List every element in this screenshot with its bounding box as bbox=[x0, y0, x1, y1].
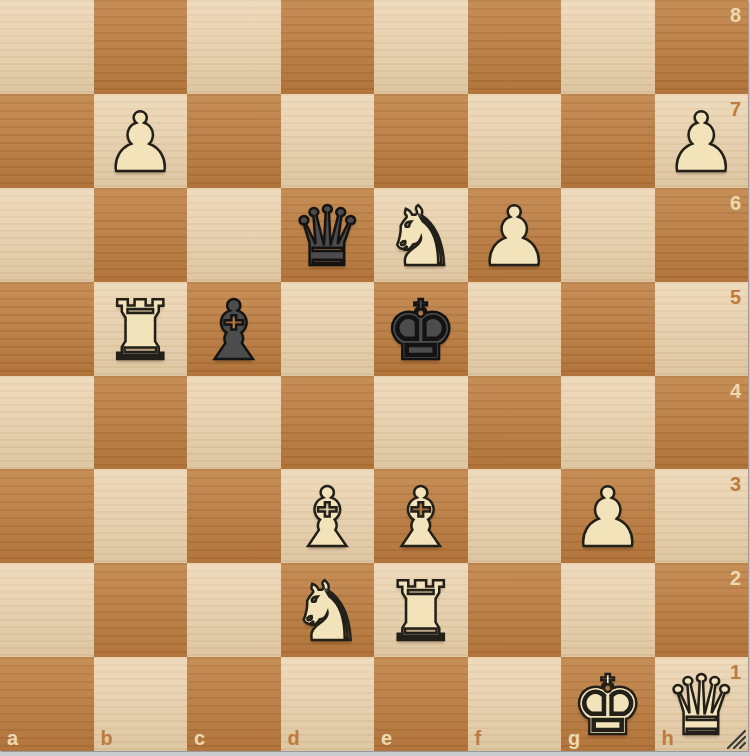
white-king[interactable]: ♚ bbox=[561, 657, 655, 751]
square-f7[interactable] bbox=[468, 94, 562, 188]
square-c6[interactable] bbox=[187, 188, 281, 282]
square-d5[interactable] bbox=[281, 282, 375, 376]
square-a6[interactable] bbox=[0, 188, 94, 282]
square-a7[interactable] bbox=[0, 94, 94, 188]
resize-handle-icon[interactable] bbox=[726, 729, 746, 749]
file-label-e: e bbox=[381, 728, 392, 748]
square-c1[interactable]: c bbox=[187, 657, 281, 751]
square-a4[interactable] bbox=[0, 376, 94, 470]
square-e5[interactable]: ♚ bbox=[374, 282, 468, 376]
white-pawn[interactable]: ♟ bbox=[655, 94, 749, 188]
square-f5[interactable] bbox=[468, 282, 562, 376]
square-e4[interactable] bbox=[374, 376, 468, 470]
white-pawn[interactable]: ♟ bbox=[468, 188, 562, 282]
square-g6[interactable] bbox=[561, 188, 655, 282]
square-e7[interactable] bbox=[374, 94, 468, 188]
square-d3[interactable]: ♝ bbox=[281, 469, 375, 563]
square-a5[interactable] bbox=[0, 282, 94, 376]
square-b3[interactable] bbox=[94, 469, 188, 563]
square-g7[interactable] bbox=[561, 94, 655, 188]
square-e1[interactable]: e bbox=[374, 657, 468, 751]
black-king[interactable]: ♚ bbox=[374, 282, 468, 376]
rank-label-4: 4 bbox=[730, 381, 741, 401]
rank-label-6: 6 bbox=[730, 193, 741, 213]
square-d8[interactable] bbox=[281, 0, 375, 94]
white-rook[interactable]: ♜ bbox=[94, 282, 188, 376]
file-label-c: c bbox=[194, 728, 205, 748]
square-f4[interactable] bbox=[468, 376, 562, 470]
square-b4[interactable] bbox=[94, 376, 188, 470]
white-rook[interactable]: ♜ bbox=[374, 563, 468, 657]
white-pawn[interactable]: ♟ bbox=[94, 94, 188, 188]
square-a8[interactable] bbox=[0, 0, 94, 94]
square-g8[interactable] bbox=[561, 0, 655, 94]
square-g1[interactable]: ♚g bbox=[561, 657, 655, 751]
square-c8[interactable] bbox=[187, 0, 281, 94]
white-knight[interactable]: ♞ bbox=[281, 563, 375, 657]
square-h8[interactable]: 8 bbox=[655, 0, 749, 94]
square-e8[interactable] bbox=[374, 0, 468, 94]
rank-label-8: 8 bbox=[730, 5, 741, 25]
square-b1[interactable]: b bbox=[94, 657, 188, 751]
square-h7[interactable]: ♟7 bbox=[655, 94, 749, 188]
square-d1[interactable]: d bbox=[281, 657, 375, 751]
rank-label-3: 3 bbox=[730, 474, 741, 494]
black-bishop[interactable]: ♝ bbox=[187, 282, 281, 376]
white-bishop[interactable]: ♝ bbox=[281, 469, 375, 563]
square-f6[interactable]: ♟ bbox=[468, 188, 562, 282]
square-a2[interactable] bbox=[0, 563, 94, 657]
white-bishop[interactable]: ♝ bbox=[374, 469, 468, 563]
square-b2[interactable] bbox=[94, 563, 188, 657]
square-c4[interactable] bbox=[187, 376, 281, 470]
square-b7[interactable]: ♟ bbox=[94, 94, 188, 188]
file-label-f: f bbox=[475, 728, 482, 748]
square-a1[interactable]: a bbox=[0, 657, 94, 751]
square-f1[interactable]: f bbox=[468, 657, 562, 751]
square-g4[interactable] bbox=[561, 376, 655, 470]
square-g5[interactable] bbox=[561, 282, 655, 376]
chess-board: 8♟♟7♛♞♟6♜♝♚54♝♝♟3♞♜2abcdef♚g♛h1 bbox=[0, 0, 748, 751]
white-pawn[interactable]: ♟ bbox=[561, 469, 655, 563]
square-c7[interactable] bbox=[187, 94, 281, 188]
square-b5[interactable]: ♜ bbox=[94, 282, 188, 376]
square-c3[interactable] bbox=[187, 469, 281, 563]
square-b6[interactable] bbox=[94, 188, 188, 282]
square-d6[interactable]: ♛ bbox=[281, 188, 375, 282]
file-label-d: d bbox=[288, 728, 300, 748]
square-f2[interactable] bbox=[468, 563, 562, 657]
square-h3[interactable]: 3 bbox=[655, 469, 749, 563]
square-e2[interactable]: ♜ bbox=[374, 563, 468, 657]
square-a3[interactable] bbox=[0, 469, 94, 563]
rank-label-2: 2 bbox=[730, 568, 741, 588]
square-f8[interactable] bbox=[468, 0, 562, 94]
file-label-b: b bbox=[101, 728, 113, 748]
square-b8[interactable] bbox=[94, 0, 188, 94]
square-g2[interactable] bbox=[561, 563, 655, 657]
square-h6[interactable]: 6 bbox=[655, 188, 749, 282]
black-queen[interactable]: ♛ bbox=[281, 188, 375, 282]
square-h4[interactable]: 4 bbox=[655, 376, 749, 470]
square-e6[interactable]: ♞ bbox=[374, 188, 468, 282]
white-knight[interactable]: ♞ bbox=[374, 188, 468, 282]
square-h1[interactable]: ♛h1 bbox=[655, 657, 749, 751]
square-d2[interactable]: ♞ bbox=[281, 563, 375, 657]
square-d4[interactable] bbox=[281, 376, 375, 470]
square-g3[interactable]: ♟ bbox=[561, 469, 655, 563]
rank-label-5: 5 bbox=[730, 287, 741, 307]
square-d7[interactable] bbox=[281, 94, 375, 188]
square-c2[interactable] bbox=[187, 563, 281, 657]
square-h2[interactable]: 2 bbox=[655, 563, 749, 657]
square-h5[interactable]: 5 bbox=[655, 282, 749, 376]
square-f3[interactable] bbox=[468, 469, 562, 563]
file-label-a: a bbox=[7, 728, 18, 748]
square-c5[interactable]: ♝ bbox=[187, 282, 281, 376]
square-e3[interactable]: ♝ bbox=[374, 469, 468, 563]
